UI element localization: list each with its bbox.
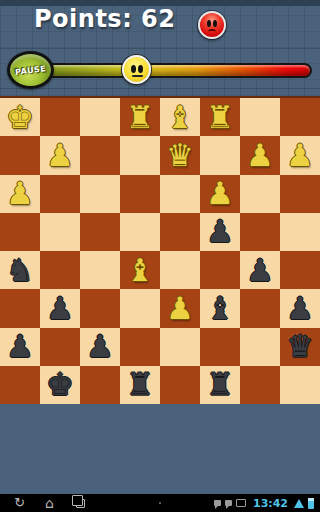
square-g7[interactable]: ♟	[240, 136, 280, 174]
square-c6[interactable]	[80, 175, 120, 213]
square-a8[interactable]: ♚	[0, 98, 40, 136]
square-e7[interactable]: ♛	[160, 136, 200, 174]
sad-face-mouth	[208, 29, 216, 34]
square-e2[interactable]	[160, 328, 200, 366]
square-e8[interactable]: ♝	[160, 98, 200, 136]
square-d6[interactable]	[120, 175, 160, 213]
sad-face-left-eye	[207, 20, 211, 27]
square-h7[interactable]: ♟	[280, 136, 320, 174]
square-f4[interactable]	[200, 251, 240, 289]
square-b2[interactable]	[40, 328, 80, 366]
android-navbar: ↺ ⌂ 13:42	[0, 494, 320, 512]
pause-button[interactable]: PAUSE	[7, 51, 54, 89]
square-b5[interactable]	[40, 213, 80, 251]
square-g5[interactable]	[240, 213, 280, 251]
square-e6[interactable]	[160, 175, 200, 213]
black-pawn[interactable]: ♟	[46, 293, 74, 324]
white-rook[interactable]: ♜	[206, 102, 234, 133]
square-a1[interactable]	[0, 366, 40, 404]
square-a4[interactable]: ♞	[0, 251, 40, 289]
black-queen[interactable]: ♛	[286, 331, 314, 362]
message-icon-2	[225, 500, 232, 506]
white-pawn[interactable]: ♟	[46, 140, 74, 171]
square-g4[interactable]: ♟	[240, 251, 280, 289]
square-g2[interactable]	[240, 328, 280, 366]
square-f6[interactable]: ♟	[200, 175, 240, 213]
square-c5[interactable]	[80, 213, 120, 251]
app-screen: Points: 62 PAUSE ♚♜♝♜♟♛♟♟♟♟♟♞♝♟♟♟♝♟♟♟♛♚♜…	[0, 0, 320, 512]
timer-progress-bar	[9, 63, 312, 78]
black-pawn[interactable]: ♟	[286, 293, 314, 324]
square-h1[interactable]	[280, 366, 320, 404]
square-d7[interactable]	[120, 136, 160, 174]
white-pawn[interactable]: ♟	[246, 140, 274, 171]
white-king[interactable]: ♚	[6, 102, 34, 133]
square-h6[interactable]	[280, 175, 320, 213]
square-b3[interactable]: ♟	[40, 289, 80, 327]
square-g3[interactable]	[240, 289, 280, 327]
square-f2[interactable]	[200, 328, 240, 366]
square-e3[interactable]: ♟	[160, 289, 200, 327]
back-icon[interactable]: ↺	[14, 494, 25, 512]
square-c7[interactable]	[80, 136, 120, 174]
status-clock: 13:42	[253, 497, 288, 510]
points-score: Points: 62	[34, 5, 176, 33]
message-icon	[214, 500, 221, 506]
square-b1[interactable]: ♚	[40, 366, 80, 404]
square-b8[interactable]	[40, 98, 80, 136]
square-b7[interactable]: ♟	[40, 136, 80, 174]
black-rook[interactable]: ♜	[126, 369, 154, 400]
square-b4[interactable]	[40, 251, 80, 289]
chess-board[interactable]: ♚♜♝♜♟♛♟♟♟♟♟♞♝♟♟♟♝♟♟♟♛♚♜♜	[0, 96, 320, 404]
black-bishop[interactable]: ♝	[206, 293, 234, 324]
black-rook[interactable]: ♜	[206, 369, 234, 400]
yellow-neutral-face-icon[interactable]	[122, 55, 151, 84]
square-a7[interactable]	[0, 136, 40, 174]
square-g1[interactable]	[240, 366, 280, 404]
black-king[interactable]: ♚	[46, 369, 74, 400]
black-pawn[interactable]: ♟	[86, 331, 114, 362]
square-h2[interactable]: ♛	[280, 328, 320, 366]
wifi-icon	[294, 499, 304, 508]
white-pawn[interactable]: ♟	[286, 140, 314, 171]
header-divider-line	[0, 48, 320, 49]
neutral-face-left-eye	[131, 65, 136, 73]
square-e1[interactable]	[160, 366, 200, 404]
white-pawn[interactable]: ♟	[166, 293, 194, 324]
neutral-face-right-eye	[138, 65, 143, 73]
square-e5[interactable]	[160, 213, 200, 251]
screenshot-icon	[236, 499, 246, 507]
square-d1[interactable]: ♜	[120, 366, 160, 404]
black-knight[interactable]: ♞	[6, 255, 34, 286]
square-b6[interactable]	[40, 175, 80, 213]
square-a3[interactable]	[0, 289, 40, 327]
nav-center-dot	[159, 502, 161, 504]
square-c1[interactable]	[80, 366, 120, 404]
square-g8[interactable]	[240, 98, 280, 136]
square-a5[interactable]	[0, 213, 40, 251]
square-d4[interactable]: ♝	[120, 251, 160, 289]
pause-button-label: PAUSE	[14, 64, 46, 77]
square-f1[interactable]: ♜	[200, 366, 240, 404]
header-divider-line-2	[0, 88, 320, 89]
square-d2[interactable]	[120, 328, 160, 366]
square-c3[interactable]	[80, 289, 120, 327]
battery-icon	[308, 498, 314, 509]
square-d5[interactable]	[120, 213, 160, 251]
square-f8[interactable]: ♜	[200, 98, 240, 136]
square-a2[interactable]: ♟	[0, 328, 40, 366]
sad-face-right-eye	[213, 20, 217, 27]
square-h4[interactable]	[280, 251, 320, 289]
square-h5[interactable]	[280, 213, 320, 251]
recents-icon[interactable]	[76, 499, 85, 508]
square-h3[interactable]: ♟	[280, 289, 320, 327]
square-d8[interactable]: ♜	[120, 98, 160, 136]
square-c2[interactable]: ♟	[80, 328, 120, 366]
home-icon[interactable]: ⌂	[45, 494, 54, 512]
square-c4[interactable]	[80, 251, 120, 289]
neutral-face-mouth	[132, 75, 143, 77]
white-pawn[interactable]: ♟	[6, 178, 34, 209]
square-f5[interactable]: ♟	[200, 213, 240, 251]
square-f3[interactable]: ♝	[200, 289, 240, 327]
square-g6[interactable]	[240, 175, 280, 213]
black-pawn[interactable]: ♟	[206, 216, 234, 247]
square-d3[interactable]	[120, 289, 160, 327]
white-queen[interactable]: ♛	[166, 140, 194, 171]
square-f7[interactable]	[200, 136, 240, 174]
white-rook[interactable]: ♜	[126, 102, 154, 133]
status-tray[interactable]: 13:42	[214, 497, 316, 510]
black-pawn[interactable]: ♟	[6, 331, 34, 362]
white-pawn[interactable]: ♟	[206, 178, 234, 209]
square-c8[interactable]	[80, 98, 120, 136]
black-pawn[interactable]: ♟	[246, 255, 274, 286]
square-e4[interactable]	[160, 251, 200, 289]
red-sad-face-icon[interactable]	[198, 11, 226, 39]
white-bishop[interactable]: ♝	[166, 102, 194, 133]
square-h8[interactable]	[280, 98, 320, 136]
square-a6[interactable]: ♟	[0, 175, 40, 213]
white-bishop[interactable]: ♝	[126, 255, 154, 286]
